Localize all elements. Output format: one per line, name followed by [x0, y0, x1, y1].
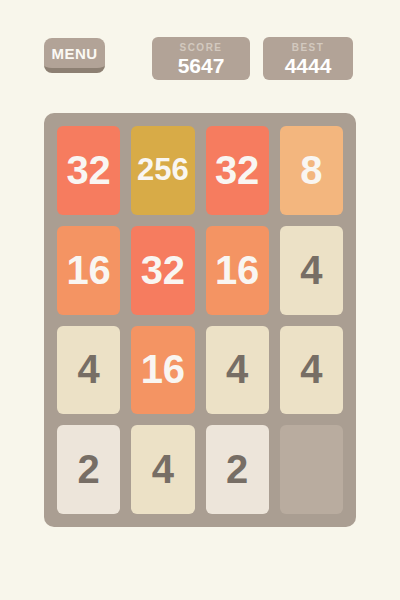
score-label: SCORE: [179, 42, 222, 54]
best-label: BEST: [292, 42, 325, 54]
tile-16: 16: [131, 326, 194, 415]
score-value: 5647: [178, 54, 225, 77]
tile-256: 256: [131, 126, 194, 215]
tile-8: 8: [280, 126, 343, 215]
tile-2: 2: [206, 425, 269, 514]
score-box: SCORE 5647: [152, 37, 250, 80]
menu-button[interactable]: MENU: [44, 38, 105, 73]
board-grid[interactable]: 32 256 32 8 16 32 16 4 4 16 4 4 2 4 2: [44, 113, 356, 527]
best-box: BEST 4444: [263, 37, 353, 80]
tile-16: 16: [57, 226, 120, 315]
tile-4: 4: [131, 425, 194, 514]
tile-4: 4: [280, 226, 343, 315]
empty-cell: [280, 425, 343, 514]
tile-32: 32: [57, 126, 120, 215]
tile-32: 32: [131, 226, 194, 315]
tile-4: 4: [280, 326, 343, 415]
tile-32: 32: [206, 126, 269, 215]
tile-4: 4: [206, 326, 269, 415]
best-value: 4444: [285, 54, 332, 77]
tile-2: 2: [57, 425, 120, 514]
tile-16: 16: [206, 226, 269, 315]
tile-4: 4: [57, 326, 120, 415]
app-screen: MENU SCORE 5647 BEST 4444 32 256 32 8 16…: [0, 0, 400, 600]
